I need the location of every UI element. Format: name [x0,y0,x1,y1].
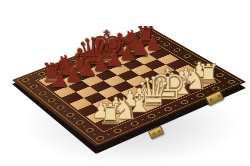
gold-dot-icon [37,89,40,90]
rosette-icon [65,112,74,117]
gold-dot-icon [93,133,96,135]
rosette-icon [29,84,37,88]
rosette-icon [172,48,180,52]
rosette-icon [56,105,65,110]
hardware-pin [209,98,212,101]
gold-dot-icon [124,126,127,128]
rosette-icon [85,128,94,133]
gold-dot-icon [45,96,48,97]
gold-dot-icon [54,103,57,105]
rosette-icon [227,80,236,85]
rosette-icon [38,91,47,96]
gold-dot-icon [107,134,110,136]
hardware-pin [217,94,220,97]
rosette-icon [95,136,105,141]
gold-dot-icon [180,52,183,53]
hardware-pin [152,132,155,135]
gold-dot-icon [83,125,86,127]
rosette-icon [47,98,56,103]
gold-dot-icon [32,76,35,77]
piece-white-rook[interactable]: ♜ [97,101,122,129]
rosette-icon [162,42,170,46]
gold-dot-icon [224,78,227,79]
rosette-icon [75,120,84,125]
gold-dot-icon [170,46,173,47]
hardware-pin [157,130,160,133]
gold-dot-icon [73,118,76,120]
gold-dot-icon [28,83,31,84]
gold-dot-icon [64,110,67,112]
rosette-icon [21,78,29,82]
photo-stage: ♜♞♝♛♚♝♞♜♟♟♟♟♟♟♟♟♟♟♟♟♟♟♟♟♜♞♝♛♚♝♞♜ [0,0,250,166]
gold-dot-icon [222,84,225,85]
piece-black-pawn[interactable]: ♟ [50,70,69,91]
